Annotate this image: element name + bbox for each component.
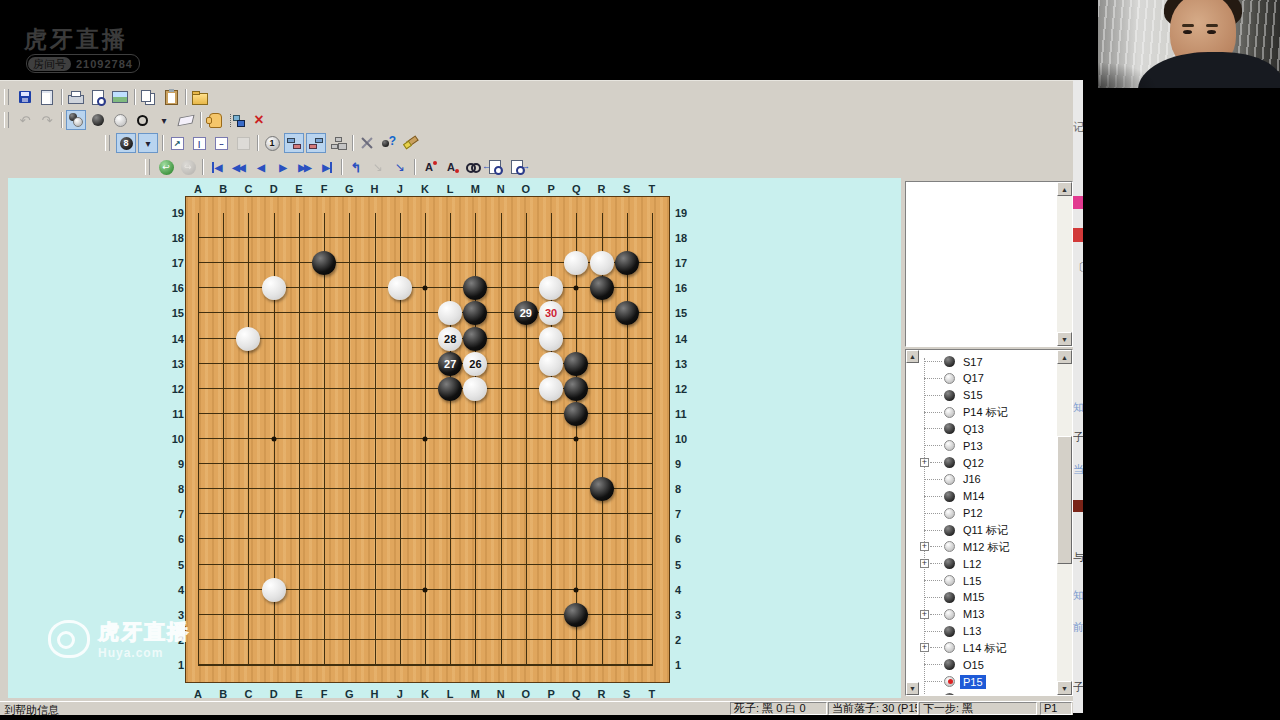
toolbar-grip[interactable] [145, 159, 150, 175]
black-stone-icon [944, 423, 955, 434]
cutoff-glyph: 〔 [1073, 260, 1083, 275]
toolbar-grip[interactable] [105, 135, 110, 151]
expand-node-icon[interactable]: + [920, 542, 929, 551]
move-number-26: 26 [469, 358, 481, 370]
tree-branch-line [924, 479, 942, 480]
black-stone-icon [944, 457, 955, 468]
prev-move-button[interactable] [251, 157, 271, 177]
move-label[interactable]: Q17 [960, 371, 987, 385]
tree-branch-line [930, 462, 942, 463]
eraser-button[interactable] [176, 110, 196, 130]
white-stone-icon [944, 575, 955, 586]
move-label[interactable]: S15 [960, 388, 986, 402]
right-coord-14: 14 [675, 333, 691, 345]
scroll-down-icon[interactable]: ▼ [1057, 332, 1072, 346]
left-coord-19: 19 [168, 207, 184, 219]
move-tree-item-S15[interactable]: S15 [906, 388, 1056, 403]
white-stone-icon [944, 440, 955, 451]
nav-back-icon [159, 160, 174, 175]
top-coord-L: L [442, 183, 458, 195]
board-panel: 2927302826 AABBCCDDEEFFGGHHJJKKLLMMNNOOP… [8, 178, 901, 698]
number-dropdown[interactable] [138, 133, 158, 153]
tree-branch-line [924, 445, 942, 446]
black-stone-S15 [615, 301, 639, 325]
stone-dropdown[interactable] [154, 110, 174, 130]
move-label[interactable]: M15 [960, 590, 987, 604]
move-tree-item-M13[interactable]: +M13 [906, 607, 1056, 622]
alternate-stones-button[interactable] [66, 110, 86, 130]
move-label[interactable]: Q12 [960, 456, 987, 470]
bottom-coord-B: B [215, 688, 231, 700]
top-coord-G: G [341, 183, 357, 195]
white-stone-icon [944, 373, 955, 384]
white-stone-P13 [539, 352, 563, 376]
print-preview-button[interactable] [88, 87, 108, 107]
move-tree-item-Q12[interactable]: +Q12 [906, 455, 1056, 470]
tree-scroll-up-icon[interactable]: ▲ [1057, 350, 1072, 364]
top-coord-A: A [190, 183, 206, 195]
status-help-text: 到帮助信息 [4, 703, 59, 718]
bottom-coord-F: F [316, 688, 332, 700]
move-numbers-button[interactable] [116, 133, 136, 153]
black-stone-S17 [615, 251, 639, 275]
expand-node-icon[interactable]: + [920, 458, 929, 467]
white-stone-button[interactable] [110, 110, 130, 130]
move-tree-item-Q11[interactable]: Q11 标记 [906, 523, 1056, 538]
move-label[interactable]: O15 [960, 658, 987, 672]
top-coord-D: D [266, 183, 282, 195]
single-number-button[interactable] [262, 133, 282, 153]
room-number-badge: 房间号 21092784 [26, 54, 140, 73]
right-coord-10: 10 [675, 433, 691, 445]
black-stone-L13: 27 [438, 352, 462, 376]
move-tree-item-M14[interactable]: M14 [906, 489, 1056, 504]
tools-icon [360, 136, 374, 150]
tree-branch-line [924, 361, 942, 362]
bottom-coord-E: E [291, 688, 307, 700]
top-coord-E: E [291, 183, 307, 195]
export-image-icon [112, 91, 128, 103]
black-stone-R16 [590, 276, 614, 300]
cutoff-glyph: 知 [1073, 400, 1083, 415]
bottom-coord-T: T [644, 688, 660, 700]
find-page-next-button[interactable] [507, 157, 527, 177]
cutoff-block [1073, 196, 1083, 209]
fast-rewind-button[interactable] [229, 157, 249, 177]
move-tree-item-M12[interactable]: +M12 标记 [906, 539, 1056, 554]
copy-button[interactable] [139, 87, 159, 107]
streamer-brow-left [1182, 24, 1194, 27]
move-label[interactable]: P15 [960, 675, 986, 689]
right-coord-2: 2 [675, 634, 691, 646]
move-label[interactable]: L15 [960, 574, 984, 588]
white-stone-P15: 30 [539, 301, 563, 325]
black-stone-icon [944, 356, 955, 367]
move-tree-item-P12[interactable]: P12 [906, 506, 1056, 521]
redo-icon [42, 113, 53, 128]
move-tree-item-J16[interactable]: J16 [906, 472, 1056, 487]
move-tree-item-L13[interactable]: L13 [906, 624, 1056, 639]
tree-scroll-down-icon[interactable]: ▼ [1057, 681, 1072, 695]
white-stone-icon [944, 609, 955, 620]
export-image-button[interactable] [110, 87, 130, 107]
bottom-coord-H: H [367, 688, 383, 700]
white-stone-icon [944, 676, 955, 687]
toolbar-separator [134, 89, 135, 105]
status-bar: 到帮助信息 死子: 黑 0 白 0 当前落子: 30 (P15) 下一步: 黑 … [0, 701, 1073, 715]
add-node-button[interactable] [227, 110, 247, 130]
expand-variation-button[interactable] [284, 133, 304, 153]
star-point-Q10 [574, 436, 579, 441]
left-coord-9: 9 [168, 458, 184, 470]
top-coord-B: B [215, 183, 231, 195]
nav-forward-icon [181, 160, 196, 175]
find-button[interactable] [463, 157, 483, 177]
redo-button[interactable] [37, 110, 57, 130]
find-prev-button[interactable] [419, 157, 439, 177]
black-stone-L12 [438, 377, 462, 401]
left-coord-13: 13 [168, 358, 184, 370]
tree-layout-icon [331, 137, 345, 149]
copy-icon [141, 90, 151, 102]
move-label[interactable]: P14 标记 [960, 405, 1011, 419]
pass-icon [209, 113, 222, 128]
white-stone-C14 [236, 327, 260, 351]
tools-button[interactable] [357, 133, 377, 153]
stone-dropdown-icon [161, 115, 166, 126]
cutoff-block [1073, 228, 1083, 242]
tree-layout-button[interactable] [328, 133, 348, 153]
comment-panel[interactable]: ▲ ▼ [905, 181, 1073, 347]
tree-branch-line [930, 563, 942, 564]
mark-dash-icon [215, 137, 228, 150]
next-variation-icon [395, 160, 405, 174]
move-tree-item-P13[interactable]: P13 [906, 438, 1056, 453]
top-coord-H: H [367, 183, 383, 195]
tree-scroll-thumb[interactable] [1057, 436, 1072, 564]
star-point-K16 [422, 286, 427, 291]
bottom-coord-D: D [266, 688, 282, 700]
toolbar-separator [61, 89, 62, 105]
status-captures: 死子: 黑 0 白 0 [730, 702, 827, 715]
white-stone-icon [944, 642, 955, 653]
move-label[interactable]: M13 [960, 607, 987, 621]
move-number-30: 30 [545, 307, 557, 319]
nav-forward-button[interactable] [178, 157, 198, 177]
status-page: P1 [1040, 702, 1072, 715]
move-tree-panel[interactable]: ▲ ▼ S17Q17S15P14 标记Q13P13+Q12J16M14P12Q1… [905, 349, 1073, 696]
collapse-variation-icon [309, 137, 323, 149]
expand-node-icon[interactable]: + [920, 559, 929, 568]
tree-branch-line [924, 664, 942, 665]
black-stone-icon [944, 390, 955, 401]
white-stone-M12 [463, 377, 487, 401]
move-label[interactable]: L13 [960, 624, 984, 638]
single-number-icon [265, 136, 280, 151]
black-stone-icon [944, 626, 955, 637]
star-point-K4 [422, 587, 427, 592]
right-coord-11: 11 [675, 408, 691, 420]
top-coord-M: M [467, 183, 483, 195]
move-number-27: 27 [444, 358, 456, 370]
black-stone-icon [944, 491, 955, 502]
move-label[interactable]: M14 [960, 489, 987, 503]
delete-node-button[interactable] [249, 110, 269, 130]
star-point-Q4 [574, 587, 579, 592]
tree-branch-line [924, 597, 942, 598]
mark-line-button[interactable] [189, 133, 209, 153]
go-editor-window: 2927302826 AABBCCDDEEFFGGHHJJKKLLMMNNOOP… [0, 80, 1073, 714]
status-next-player: 下一步: 黑 [919, 702, 1037, 715]
top-coord-Q: Q [568, 183, 584, 195]
mark-line-icon [193, 137, 206, 150]
find-next-button[interactable] [441, 157, 461, 177]
black-stone-icon [92, 114, 104, 126]
expand-node-icon[interactable]: + [920, 610, 929, 619]
empty-point-button[interactable] [132, 110, 152, 130]
black-stone-button[interactable] [88, 110, 108, 130]
black-stone-O15: 29 [514, 301, 538, 325]
star-point-Q16 [574, 286, 579, 291]
left-coord-11: 11 [168, 408, 184, 420]
prev-move-icon [257, 162, 265, 173]
tree-branch-line [924, 580, 942, 581]
bottom-coord-P: P [543, 688, 559, 700]
toolbar-separator [257, 135, 258, 151]
document-button[interactable] [37, 87, 57, 107]
comment-scrollbar[interactable]: ▲ ▼ [1057, 182, 1072, 346]
undo-icon [20, 113, 31, 128]
move-label[interactable]: M12 标记 [960, 540, 1012, 554]
toolbar-separator [61, 112, 62, 128]
white-stone-icon [114, 114, 127, 127]
last-move-icon [322, 162, 332, 173]
streamer-eye-right [1207, 30, 1216, 34]
right-coord-9: 9 [675, 458, 691, 470]
black-stone-F17 [312, 251, 336, 275]
move-tree-item-Q17[interactable]: Q17 [906, 371, 1056, 386]
mark-dash-button[interactable] [211, 133, 231, 153]
move-label[interactable]: P13 [960, 439, 986, 453]
move-tree-item-Q13[interactable]: Q13 [906, 421, 1056, 436]
left-coord-12: 12 [168, 383, 184, 395]
move-label[interactable]: L14 标记 [960, 641, 1009, 655]
cutoff-block [1073, 500, 1083, 512]
left-coord-1: 1 [168, 659, 184, 671]
white-stone-icon [944, 508, 955, 519]
prev-variation-button[interactable] [368, 157, 388, 177]
move-label[interactable]: Q13 [960, 422, 987, 436]
paste-button[interactable] [161, 87, 181, 107]
toolbar-grip[interactable] [4, 89, 9, 105]
cutoff-glyph: 与 [1073, 550, 1083, 565]
bottom-coord-A: A [190, 688, 206, 700]
move-tree-item-O15[interactable]: O15 [906, 657, 1056, 672]
toolbar-grip[interactable] [4, 112, 9, 128]
white-stone-D4 [262, 578, 286, 602]
first-move-button[interactable] [207, 157, 227, 177]
tree-branch-line [924, 412, 942, 413]
right-coord-18: 18 [675, 232, 691, 244]
save-icon [19, 91, 31, 103]
black-stone-icon [944, 558, 955, 569]
white-stone-icon [944, 474, 955, 485]
bottom-coord-R: R [594, 688, 610, 700]
move-label[interactable]: J16 [960, 472, 984, 486]
watermark-title: 虎牙直播 [98, 618, 190, 646]
bottom-coord-Q: Q [568, 688, 584, 700]
bottom-coord-M: M [467, 688, 483, 700]
black-stone-Q13 [564, 352, 588, 376]
move-tree-item-L15[interactable]: L15 [906, 573, 1056, 588]
watermark-subtitle: Huya.com [98, 646, 190, 660]
star-point-K10 [422, 436, 427, 441]
markup-toolbar [103, 132, 422, 154]
tree-branch-line [930, 647, 942, 648]
move-label[interactable]: K17 [960, 692, 986, 697]
properties-button[interactable] [190, 87, 210, 107]
white-stone-J16 [388, 276, 412, 300]
left-coord-5: 5 [168, 559, 184, 571]
bottom-coord-J: J [392, 688, 408, 700]
print-button[interactable] [66, 87, 86, 107]
top-coord-J: J [392, 183, 408, 195]
black-stone-icon [944, 659, 955, 670]
right-coord-4: 4 [675, 584, 691, 596]
move-tree-item-L14[interactable]: +L14 标记 [906, 640, 1056, 655]
move-tree-item-P14[interactable]: P14 标记 [906, 405, 1056, 420]
move-tree-item-L12[interactable]: +L12 [906, 556, 1056, 571]
tree-branch-line [924, 395, 942, 396]
go-board[interactable]: 2927302826 AABBCCDDEEFFGGHHJJKKLLMMNNOOP… [185, 196, 670, 683]
mark-arrow-button[interactable] [167, 133, 187, 153]
move-label[interactable]: L12 [960, 557, 984, 571]
left-coord-6: 6 [168, 533, 184, 545]
top-coord-O: O [518, 183, 534, 195]
brush-button[interactable] [401, 133, 421, 153]
next-move-button[interactable] [273, 157, 293, 177]
next-variation-button[interactable] [390, 157, 410, 177]
white-stone-M13: 26 [463, 352, 487, 376]
expand-variation-icon [287, 137, 301, 149]
number-dropdown-icon [145, 138, 150, 149]
move-tree-item-K17[interactable]: K17 [906, 691, 1056, 696]
toolbar-separator [200, 112, 201, 128]
streamer-shirt [1138, 52, 1280, 88]
parent-variation-button[interactable] [346, 157, 366, 177]
bottom-coord-C: C [240, 688, 256, 700]
left-coord-14: 14 [168, 333, 184, 345]
find-page-prev-icon [489, 160, 501, 174]
black-stone-Q3 [564, 603, 588, 627]
tree-branch-line [924, 496, 942, 497]
cutoff-glyph: 知 [1073, 588, 1083, 603]
last-move-button[interactable] [317, 157, 337, 177]
right-coord-17: 17 [675, 257, 691, 269]
top-coord-P: P [543, 183, 559, 195]
tree-branch-line [924, 530, 942, 531]
collapse-variation-button[interactable] [306, 133, 326, 153]
top-coord-F: F [316, 183, 332, 195]
left-coord-7: 7 [168, 508, 184, 520]
toolbar-separator [202, 159, 203, 175]
right-coord-6: 6 [675, 533, 691, 545]
move-label[interactable]: S17 [960, 355, 986, 369]
point-help-icon [382, 136, 396, 150]
print-icon [68, 95, 84, 104]
fast-forward-icon [298, 162, 311, 173]
left-coord-8: 8 [168, 483, 184, 495]
right-coord-8: 8 [675, 483, 691, 495]
go-board-grid[interactable]: 2927302826 [198, 213, 653, 666]
bottom-coord-N: N [493, 688, 509, 700]
star-point-D10 [271, 436, 276, 441]
left-coord-17: 17 [168, 257, 184, 269]
right-edge-overlay: 记〔知子当与知前子 [1073, 80, 1083, 713]
move-label[interactable]: Q11 标记 [960, 523, 1011, 537]
navigation-toolbar [143, 156, 528, 178]
print-preview-icon [92, 90, 104, 105]
point-help-button[interactable] [379, 133, 399, 153]
top-coord-T: T [644, 183, 660, 195]
mark-empty-button[interactable] [233, 133, 253, 153]
left-coord-4: 4 [168, 584, 184, 596]
find-page-prev-button[interactable] [485, 157, 505, 177]
move-tree-item-P15[interactable]: P15 [906, 674, 1056, 689]
right-coord-16: 16 [675, 282, 691, 294]
save-button[interactable] [15, 87, 35, 107]
tree-branch-line [930, 614, 942, 615]
nav-back-button[interactable] [156, 157, 176, 177]
right-coord-19: 19 [675, 207, 691, 219]
scroll-up-icon[interactable]: ▲ [1057, 182, 1072, 196]
cutoff-glyph: 前 [1073, 620, 1083, 635]
webcam [1098, 0, 1280, 88]
move-label[interactable]: P12 [960, 506, 986, 520]
move-tree-item-S17[interactable]: S17 [906, 354, 1056, 369]
next-move-icon [279, 162, 287, 173]
bottom-coord-K: K [417, 688, 433, 700]
pass-button[interactable] [205, 110, 225, 130]
cutoff-glyph: 子 [1073, 430, 1083, 445]
curtain-shadow [1098, 62, 1158, 88]
right-coord-3: 3 [675, 609, 691, 621]
right-coord-12: 12 [675, 383, 691, 395]
fast-rewind-icon [232, 162, 245, 173]
right-coord-1: 1 [675, 659, 691, 671]
room-label: 房间号 [28, 57, 71, 71]
right-coord-5: 5 [675, 559, 691, 571]
first-move-icon [212, 162, 223, 173]
right-coord-13: 13 [675, 358, 691, 370]
undo-button[interactable] [15, 110, 35, 130]
tree-scrollbar[interactable]: ▲ ▼ [1057, 350, 1072, 695]
left-coord-18: 18 [168, 232, 184, 244]
top-coord-C: C [240, 183, 256, 195]
huya-watermark: 虎牙直播 Huya.com [48, 618, 190, 660]
fast-forward-button[interactable] [295, 157, 315, 177]
top-coord-R: R [594, 183, 610, 195]
expand-node-icon[interactable]: + [920, 643, 929, 652]
white-stone-L14: 28 [438, 327, 462, 351]
move-number-28: 28 [444, 333, 456, 345]
alternate-stones-icon [69, 113, 83, 127]
white-stone-icon [944, 541, 955, 552]
black-stone-icon [944, 525, 955, 536]
bottom-coord-O: O [518, 688, 534, 700]
move-tree-item-M15[interactable]: M15 [906, 590, 1056, 605]
move-numbers-icon [120, 137, 133, 150]
